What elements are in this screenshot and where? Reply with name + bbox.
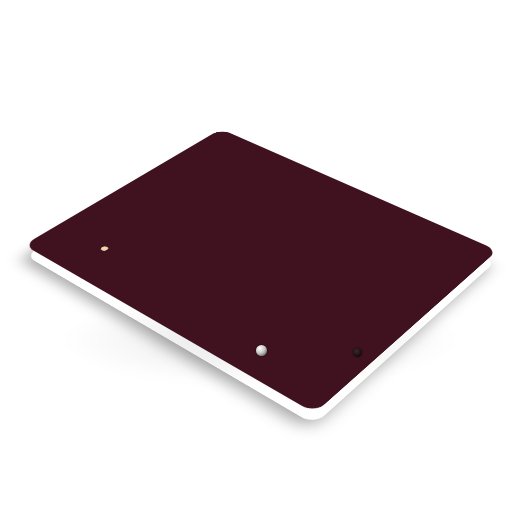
- charging-port: [353, 348, 362, 357]
- chess-board: [22, 119, 499, 402]
- scene: [0, 0, 520, 520]
- product-photo-stage: [0, 0, 520, 520]
- power-button: [256, 345, 267, 356]
- board-top-surface: [22, 119, 499, 402]
